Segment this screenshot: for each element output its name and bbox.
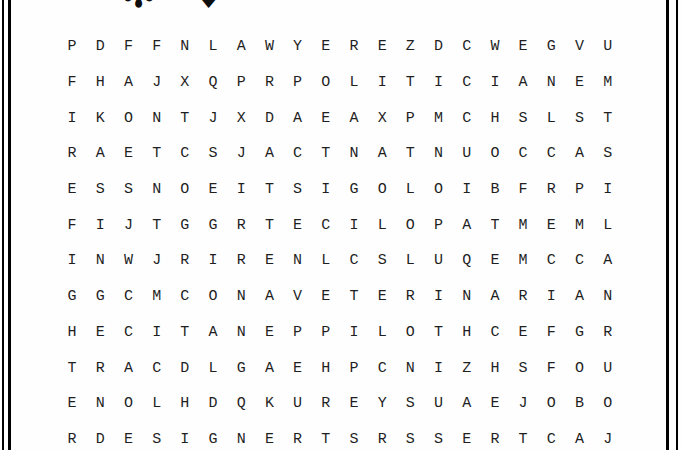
grid-cell: N [143, 172, 171, 208]
grid-cell: J [143, 243, 171, 279]
grid-cell: C [537, 136, 565, 172]
grid-cell: C [368, 350, 396, 386]
grid-cell: H [312, 350, 340, 386]
grid-cell: E [453, 422, 481, 450]
grid-cell: S [340, 422, 368, 450]
grid-cell: I [143, 315, 171, 351]
grid-cell: O [594, 386, 622, 422]
grid-cell: A [114, 65, 142, 101]
grid-cell: O [396, 315, 424, 351]
grid-cell: J [143, 65, 171, 101]
grid-cell: W [255, 29, 283, 65]
grid-cell: C [171, 279, 199, 315]
grid-cell: G [537, 29, 565, 65]
grid-cell: U [424, 243, 452, 279]
grid-cell: S [396, 386, 424, 422]
grid-cell: Q [227, 386, 255, 422]
grid-cell: A [255, 136, 283, 172]
grid-cell: A [199, 315, 227, 351]
grid-cell: H [481, 100, 509, 136]
grid-cell: F [114, 29, 142, 65]
grid-cell: I [312, 172, 340, 208]
grid-cell: A [255, 279, 283, 315]
grid-cell: L [368, 207, 396, 243]
grid-cell: I [58, 100, 86, 136]
grid-cell: C [453, 65, 481, 101]
grid-cell: I [368, 65, 396, 101]
grid-cell: Q [453, 243, 481, 279]
grid-cell: E [284, 207, 312, 243]
grid-cell: A [86, 136, 114, 172]
grid-cell: G [340, 172, 368, 208]
grid-cell: T [255, 172, 283, 208]
grid-cell: C [453, 29, 481, 65]
grid-cell: H [86, 65, 114, 101]
grid-cell: K [86, 100, 114, 136]
grid-cell: D [86, 29, 114, 65]
grid-cell: S [114, 172, 142, 208]
grid-cell: N [453, 279, 481, 315]
grid-cell: R [58, 136, 86, 172]
grid-cell: D [171, 350, 199, 386]
grid-cell: J [199, 100, 227, 136]
grid-cell: A [227, 29, 255, 65]
grid-cell: C [171, 136, 199, 172]
grid-cell: R [86, 350, 114, 386]
grid-cell: A [565, 422, 593, 450]
grid-cell: C [537, 243, 565, 279]
word-search-grid: PDFFNLAWYEREZDCWEGVUFHAJXQPRPOLITICIANEM… [58, 29, 622, 450]
grid-cell: E [255, 243, 283, 279]
grid-cell: N [594, 279, 622, 315]
grid-cell: T [171, 100, 199, 136]
grid-cell: F [58, 207, 86, 243]
grid-cell: T [143, 136, 171, 172]
grid-cell: R [227, 243, 255, 279]
grid-cell: S [396, 422, 424, 450]
grid-cell: N [396, 350, 424, 386]
grid-cell: S [594, 136, 622, 172]
grid-cell: U [594, 29, 622, 65]
grid-cell: I [481, 65, 509, 101]
grid-cell: A [565, 136, 593, 172]
grid-cell: G [227, 350, 255, 386]
grid-cell: M [509, 243, 537, 279]
grid-cell: R [227, 207, 255, 243]
grid-cell: I [227, 172, 255, 208]
grid-cell: S [368, 243, 396, 279]
grid-cell: T [340, 279, 368, 315]
grid-cell: R [284, 422, 312, 450]
grid-cell: P [565, 172, 593, 208]
grid-cell: O [114, 386, 142, 422]
grid-cell: H [481, 350, 509, 386]
grid-cell: A [340, 100, 368, 136]
grid-cell: R [509, 279, 537, 315]
grid-cell: C [481, 315, 509, 351]
grid-cell: O [565, 350, 593, 386]
grid-cell: S [284, 172, 312, 208]
grid-cell: T [143, 207, 171, 243]
grid-cell: W [481, 29, 509, 65]
grid-cell: F [537, 350, 565, 386]
grid-cell: U [284, 386, 312, 422]
grid-cell: O [396, 207, 424, 243]
grid-cell: U [594, 350, 622, 386]
grid-cell: A [453, 207, 481, 243]
grid-cell: I [424, 65, 452, 101]
grid-cell: S [143, 422, 171, 450]
grid-cell: U [453, 136, 481, 172]
flower-glyph-fragment-icon: ✻ [121, 0, 156, 14]
grid-cell: R [340, 29, 368, 65]
grid-cell: P [396, 100, 424, 136]
grid-cell: I [340, 207, 368, 243]
grid-cell: R [368, 422, 396, 450]
grid-cell: E [284, 350, 312, 386]
grid-cell: L [396, 172, 424, 208]
grid-cell: I [199, 243, 227, 279]
grid-cell: N [424, 136, 452, 172]
grid-cell: L [340, 65, 368, 101]
grid-cell: E [312, 29, 340, 65]
frame-border-right-inner [666, 0, 669, 450]
grid-cell: M [424, 100, 452, 136]
grid-cell: K [255, 386, 283, 422]
grid-cell: F [143, 29, 171, 65]
grid-cell: E [312, 100, 340, 136]
grid-cell: T [312, 136, 340, 172]
grid-cell: O [114, 100, 142, 136]
grid-cell: Y [368, 386, 396, 422]
cutoff-title-art: ✻ ♥ [0, 0, 682, 20]
grid-cell: N [143, 100, 171, 136]
grid-cell: I [58, 243, 86, 279]
grid-cell: J [509, 386, 537, 422]
grid-cell: B [481, 172, 509, 208]
grid-cell: P [284, 65, 312, 101]
grid-cell: C [284, 136, 312, 172]
grid-cell: I [424, 350, 452, 386]
grid-cell: C [537, 422, 565, 450]
grid-cell: E [312, 279, 340, 315]
grid-cell: H [171, 386, 199, 422]
grid-cell: N [171, 29, 199, 65]
grid-cell: R [312, 386, 340, 422]
grid-cell: D [255, 100, 283, 136]
grid-cell: N [227, 422, 255, 450]
grid-cell: Z [396, 29, 424, 65]
grid-cell: T [171, 315, 199, 351]
grid-cell: O [481, 136, 509, 172]
grid-cell: G [565, 315, 593, 351]
grid-cell: E [340, 386, 368, 422]
grid-cell: E [199, 172, 227, 208]
grid-cell: A [284, 100, 312, 136]
grid-cell: E [565, 65, 593, 101]
grid-cell: X [368, 100, 396, 136]
grid-cell: L [312, 243, 340, 279]
grid-cell: A [114, 350, 142, 386]
grid-cell: C [312, 207, 340, 243]
grid-cell: T [594, 100, 622, 136]
grid-cell: J [227, 136, 255, 172]
grid-cell: O [312, 65, 340, 101]
grid-cell: A [368, 136, 396, 172]
grid-cell: E [509, 29, 537, 65]
grid-cell: X [171, 65, 199, 101]
grid-cell: O [199, 279, 227, 315]
grid-cell: E [255, 315, 283, 351]
grid-cell: I [424, 279, 452, 315]
grid-cell: C [143, 350, 171, 386]
grid-cell: I [86, 207, 114, 243]
grid-cell: I [171, 422, 199, 450]
grid-cell: G [171, 207, 199, 243]
grid-cell: O [424, 172, 452, 208]
grid-cell: N [340, 136, 368, 172]
grid-cell: L [396, 243, 424, 279]
grid-cell: E [481, 243, 509, 279]
grid-cell: M [143, 279, 171, 315]
grid-cell: L [199, 350, 227, 386]
grid-cell: U [424, 386, 452, 422]
grid-cell: T [509, 422, 537, 450]
grid-cell: H [453, 315, 481, 351]
grid-cell: Y [284, 29, 312, 65]
grid-cell: G [199, 207, 227, 243]
grid-cell: N [284, 243, 312, 279]
grid-cell: E [509, 315, 537, 351]
grid-cell: C [340, 243, 368, 279]
grid-cell: A [594, 243, 622, 279]
grid-cell: S [509, 350, 537, 386]
grid-cell: A [453, 386, 481, 422]
grid-cell: A [509, 65, 537, 101]
grid-cell: S [509, 100, 537, 136]
grid-cell: C [565, 243, 593, 279]
grid-cell: P [284, 315, 312, 351]
grid-cell: L [143, 386, 171, 422]
grid-cell: R [537, 172, 565, 208]
frame-border-right-outer [676, 0, 678, 450]
grid-cell: F [537, 315, 565, 351]
grid-cell: I [594, 172, 622, 208]
grid-cell: P [424, 207, 452, 243]
grid-cell: J [114, 207, 142, 243]
grid-cell: T [396, 65, 424, 101]
frame-border-left-outer [2, 0, 4, 450]
grid-cell: A [481, 279, 509, 315]
grid-cell: E [537, 207, 565, 243]
grid-cell: X [227, 100, 255, 136]
grid-cell: E [368, 29, 396, 65]
grid-cell: D [424, 29, 452, 65]
grid-cell: G [58, 279, 86, 315]
grid-cell: B [565, 386, 593, 422]
grid-cell: T [312, 422, 340, 450]
grid-cell: J [594, 422, 622, 450]
grid-cell: R [594, 315, 622, 351]
grid-cell: T [481, 207, 509, 243]
grid-cell: R [481, 422, 509, 450]
grid-cell: Z [453, 350, 481, 386]
grid-cell: I [537, 279, 565, 315]
grid-cell: A [255, 350, 283, 386]
grid-cell: R [58, 422, 86, 450]
grid-cell: V [284, 279, 312, 315]
grid-cell: M [594, 65, 622, 101]
grid-cell: E [86, 315, 114, 351]
grid-cell: S [86, 172, 114, 208]
grid-cell: A [565, 279, 593, 315]
grid-cell: O [171, 172, 199, 208]
grid-cell: S [199, 136, 227, 172]
grid-cell: T [424, 315, 452, 351]
grid-cell: H [58, 315, 86, 351]
heart-glyph-fragment-icon: ♥ [188, 0, 229, 15]
grid-cell: E [481, 386, 509, 422]
frame-border-left-inner [8, 0, 11, 450]
grid-cell: C [114, 279, 142, 315]
grid-cell: R [255, 65, 283, 101]
grid-cell: G [199, 422, 227, 450]
grid-cell: D [199, 386, 227, 422]
grid-cell: M [565, 207, 593, 243]
grid-cell: V [565, 29, 593, 65]
grid-cell: P [340, 350, 368, 386]
grid-cell: F [58, 65, 86, 101]
grid-cell: I [340, 315, 368, 351]
grid-cell: N [86, 243, 114, 279]
grid-cell: P [58, 29, 86, 65]
grid-cell: E [58, 172, 86, 208]
grid-cell: N [227, 315, 255, 351]
grid-cell: N [537, 65, 565, 101]
grid-cell: S [565, 100, 593, 136]
grid-cell: C [509, 136, 537, 172]
grid-cell: D [86, 422, 114, 450]
grid-cell: E [255, 422, 283, 450]
grid-cell: R [171, 243, 199, 279]
grid-cell: E [114, 422, 142, 450]
grid-cell: E [58, 386, 86, 422]
grid-cell: P [312, 315, 340, 351]
grid-cell: N [227, 279, 255, 315]
grid-cell: L [594, 207, 622, 243]
grid-cell: L [368, 315, 396, 351]
grid-cell: T [58, 350, 86, 386]
grid-cell: C [453, 100, 481, 136]
grid-cell: N [86, 386, 114, 422]
grid-cell: L [199, 29, 227, 65]
grid-cell: S [424, 422, 452, 450]
grid-cell: E [114, 136, 142, 172]
grid-cell: E [368, 279, 396, 315]
grid-cell: Q [199, 65, 227, 101]
grid-cell: F [509, 172, 537, 208]
grid-cell: R [396, 279, 424, 315]
grid-cell: P [227, 65, 255, 101]
grid-cell: O [368, 172, 396, 208]
grid-cell: W [114, 243, 142, 279]
grid-cell: T [255, 207, 283, 243]
grid-cell: O [537, 386, 565, 422]
grid-cell: G [86, 279, 114, 315]
worksheet-page: ✻ ♥ PDFFNLAWYEREZDCWEGVUFHAJXQPRPOLITICI… [0, 0, 682, 450]
grid-cell: T [396, 136, 424, 172]
grid-cell: L [537, 100, 565, 136]
grid-cell: M [509, 207, 537, 243]
grid-cell: I [453, 172, 481, 208]
grid-cell: C [114, 315, 142, 351]
